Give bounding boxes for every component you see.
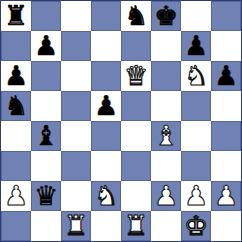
square-c1[interactable]: ♜ <box>61 211 91 241</box>
square-h8[interactable] <box>211 1 241 31</box>
square-h2[interactable]: ♟ <box>211 181 241 211</box>
square-g1[interactable]: ♚ <box>181 211 211 241</box>
square-f6[interactable] <box>151 61 181 91</box>
square-c5[interactable] <box>61 91 91 121</box>
piece-white-pawn[interactable]: ♟ <box>4 182 28 209</box>
square-a2[interactable]: ♟ <box>1 181 31 211</box>
square-d2[interactable]: ♞ <box>91 181 121 211</box>
square-a1[interactable] <box>1 211 31 241</box>
square-c2[interactable] <box>61 181 91 211</box>
square-f8[interactable]: ♚ <box>151 1 181 31</box>
piece-black-pawn[interactable]: ♟ <box>94 92 118 119</box>
square-a7[interactable] <box>1 31 31 61</box>
square-e7[interactable] <box>121 31 151 61</box>
piece-black-pawn[interactable]: ♟ <box>184 32 208 59</box>
square-f3[interactable] <box>151 151 181 181</box>
piece-white-bishop[interactable]: ♝ <box>154 122 178 149</box>
square-b1[interactable] <box>31 211 61 241</box>
square-e5[interactable] <box>121 91 151 121</box>
square-b3[interactable] <box>31 151 61 181</box>
piece-white-queen[interactable]: ♛ <box>124 62 148 89</box>
piece-white-pawn[interactable]: ♟ <box>154 182 178 209</box>
square-h7[interactable] <box>211 31 241 61</box>
piece-black-pawn[interactable]: ♟ <box>4 62 28 89</box>
square-c6[interactable] <box>61 61 91 91</box>
square-d7[interactable] <box>91 31 121 61</box>
square-h1[interactable] <box>211 211 241 241</box>
square-g6[interactable]: ♞ <box>181 61 211 91</box>
square-b5[interactable] <box>31 91 61 121</box>
square-e1[interactable]: ♜ <box>121 211 151 241</box>
square-a6[interactable]: ♟ <box>1 61 31 91</box>
square-c4[interactable] <box>61 121 91 151</box>
piece-white-rook[interactable]: ♜ <box>64 212 88 239</box>
square-g3[interactable] <box>181 151 211 181</box>
piece-white-pawn[interactable]: ♟ <box>214 182 238 209</box>
square-g2[interactable]: ♟ <box>181 181 211 211</box>
square-e4[interactable] <box>121 121 151 151</box>
square-h4[interactable] <box>211 121 241 151</box>
piece-black-knight[interactable]: ♞ <box>4 92 28 119</box>
square-b2[interactable]: ♛ <box>31 181 61 211</box>
square-d5[interactable]: ♟ <box>91 91 121 121</box>
square-h6[interactable]: ♟ <box>211 61 241 91</box>
square-e2[interactable] <box>121 181 151 211</box>
square-b4[interactable]: ♝ <box>31 121 61 151</box>
square-f2[interactable]: ♟ <box>151 181 181 211</box>
piece-white-rook[interactable]: ♜ <box>124 212 148 239</box>
square-f7[interactable] <box>151 31 181 61</box>
square-c7[interactable] <box>61 31 91 61</box>
piece-black-queen[interactable]: ♛ <box>34 182 58 209</box>
square-g4[interactable] <box>181 121 211 151</box>
piece-black-pawn[interactable]: ♟ <box>34 32 58 59</box>
square-f4[interactable]: ♝ <box>151 121 181 151</box>
chess-board: ♜♞♚♟♟♟♛♞♟♞♟♝♝♟♛♞♟♟♟♜♜♚ <box>0 0 242 242</box>
square-d3[interactable] <box>91 151 121 181</box>
square-e3[interactable] <box>121 151 151 181</box>
square-c8[interactable] <box>61 1 91 31</box>
square-g8[interactable] <box>181 1 211 31</box>
square-d6[interactable] <box>91 61 121 91</box>
square-b7[interactable]: ♟ <box>31 31 61 61</box>
piece-black-pawn[interactable]: ♟ <box>214 62 238 89</box>
piece-black-king[interactable]: ♚ <box>154 2 178 29</box>
square-d1[interactable] <box>91 211 121 241</box>
piece-black-rook[interactable]: ♜ <box>4 2 28 29</box>
piece-white-pawn[interactable]: ♟ <box>184 182 208 209</box>
square-f5[interactable] <box>151 91 181 121</box>
square-d8[interactable] <box>91 1 121 31</box>
square-b6[interactable] <box>31 61 61 91</box>
square-d4[interactable] <box>91 121 121 151</box>
piece-white-knight[interactable]: ♞ <box>94 182 118 209</box>
square-a4[interactable] <box>1 121 31 151</box>
piece-black-knight[interactable]: ♞ <box>124 2 148 29</box>
square-h3[interactable] <box>211 151 241 181</box>
square-h5[interactable] <box>211 91 241 121</box>
square-a3[interactable] <box>1 151 31 181</box>
square-e6[interactable]: ♛ <box>121 61 151 91</box>
square-e8[interactable]: ♞ <box>121 1 151 31</box>
square-b8[interactable] <box>31 1 61 31</box>
piece-black-bishop[interactable]: ♝ <box>34 122 58 149</box>
square-a8[interactable]: ♜ <box>1 1 31 31</box>
square-f1[interactable] <box>151 211 181 241</box>
square-c3[interactable] <box>61 151 91 181</box>
piece-white-knight[interactable]: ♞ <box>184 62 208 89</box>
square-a5[interactable]: ♞ <box>1 91 31 121</box>
square-g7[interactable]: ♟ <box>181 31 211 61</box>
piece-white-king[interactable]: ♚ <box>184 212 208 239</box>
square-g5[interactable] <box>181 91 211 121</box>
